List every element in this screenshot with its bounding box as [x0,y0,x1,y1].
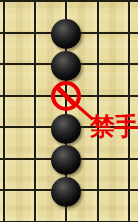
board-intersection [82,80,113,112]
board-intersection [19,80,50,112]
board-intersection [51,143,82,175]
board-intersection [19,48,50,80]
black-stone [51,177,81,207]
board-intersection [0,48,19,80]
renju-board: 禁手 [0,0,138,222]
board-intersection [0,111,19,143]
board-intersection [19,17,50,49]
board-intersection [82,174,113,206]
board-intersection [113,174,138,206]
board-intersection [51,174,82,206]
board-intersection [0,0,19,17]
board-intersection [113,48,138,80]
board-intersection [19,206,50,222]
board-intersection [0,17,19,49]
board-intersection [82,0,113,17]
black-stone [51,145,81,175]
black-stone [51,51,81,81]
board-intersection [82,143,113,175]
board-intersection [51,17,82,49]
board-intersection [0,174,19,206]
board-intersection [82,48,113,80]
board-intersection [113,0,138,17]
board-intersection [51,206,82,222]
board-intersection [19,174,50,206]
board-intersection [19,0,50,17]
board-intersection [51,48,82,80]
board-intersection [0,80,19,112]
forbidden-move-label: 禁手 [90,113,138,141]
board-intersection [82,17,113,49]
board-intersection [113,206,138,222]
board-intersection [0,143,19,175]
board-intersection [113,17,138,49]
black-stone [51,19,81,49]
board-intersection [19,143,50,175]
board-intersection [82,206,113,222]
board-intersection [0,206,19,222]
board-intersection [113,143,138,175]
board-intersection [51,111,82,143]
board-intersection [113,80,138,112]
board-intersection [19,111,50,143]
board-intersection [51,0,82,17]
intersections-grid [0,0,138,222]
black-stone [51,114,81,144]
